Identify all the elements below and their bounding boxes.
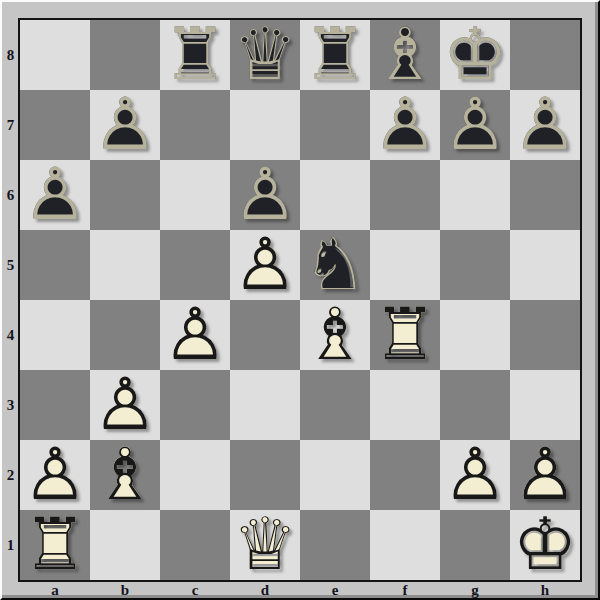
white-pawn-outline-icon: ♙ <box>90 370 160 440</box>
piece-black-bishop: ♝♗ <box>370 20 440 90</box>
square-a8[interactable] <box>20 20 90 90</box>
square-a2[interactable]: ♟♙ <box>20 440 90 510</box>
square-d2[interactable] <box>230 440 300 510</box>
black-pawn-icon: ♟ <box>440 90 510 160</box>
square-b7[interactable]: ♟♙ <box>90 90 160 160</box>
square-g3[interactable] <box>440 370 510 440</box>
black-rook-outline-icon: ♖ <box>300 20 370 90</box>
square-e3[interactable] <box>300 370 370 440</box>
white-pawn-outline-icon: ♙ <box>230 230 300 300</box>
square-d8[interactable]: ♛♕ <box>230 20 300 90</box>
piece-black-knight: ♞♘ <box>300 230 370 300</box>
square-c5[interactable] <box>160 230 230 300</box>
black-pawn-outline-icon: ♙ <box>230 160 300 230</box>
file-label-e: e <box>300 584 370 598</box>
white-rook-outline-icon: ♖ <box>20 510 90 580</box>
rank-label-6: 6 <box>2 160 19 230</box>
black-knight-outline-icon: ♘ <box>300 230 370 300</box>
square-d7[interactable] <box>230 90 300 160</box>
piece-black-king: ♚♔ <box>440 20 510 90</box>
file-label-g: g <box>440 584 510 598</box>
black-pawn-outline-icon: ♙ <box>440 90 510 160</box>
rank-label-5: 5 <box>2 230 19 300</box>
black-pawn-icon: ♟ <box>510 90 580 160</box>
piece-white-pawn: ♟♙ <box>440 440 510 510</box>
piece-white-rook: ♜♖ <box>370 300 440 370</box>
white-pawn-outline-icon: ♙ <box>510 440 580 510</box>
square-b4[interactable] <box>90 300 160 370</box>
white-pawn-outline-icon: ♙ <box>440 440 510 510</box>
black-knight-icon: ♞ <box>300 230 370 300</box>
white-bishop-icon: ♝ <box>90 440 160 510</box>
white-pawn-icon: ♟ <box>90 370 160 440</box>
black-bishop-outline-icon: ♗ <box>370 20 440 90</box>
square-c6[interactable] <box>160 160 230 230</box>
white-pawn-icon: ♟ <box>440 440 510 510</box>
square-b3[interactable]: ♟♙ <box>90 370 160 440</box>
black-rook-outline-icon: ♖ <box>160 20 230 90</box>
square-g8[interactable]: ♚♔ <box>440 20 510 90</box>
black-pawn-outline-icon: ♙ <box>90 90 160 160</box>
square-h7[interactable]: ♟♙ <box>510 90 580 160</box>
square-b2[interactable]: ♝♗ <box>90 440 160 510</box>
square-f5[interactable] <box>370 230 440 300</box>
square-h4[interactable] <box>510 300 580 370</box>
square-e6[interactable] <box>300 160 370 230</box>
board-frame: ♜♖♛♕♜♖♝♗♚♔♟♙♟♙♟♙♟♙♟♙♟♙♟♙♞♘♟♙♝♗♜♖♟♙♟♙♝♗♟♙… <box>0 0 600 600</box>
square-e1[interactable] <box>300 510 370 580</box>
white-pawn-icon: ♟ <box>510 440 580 510</box>
square-f4[interactable]: ♜♖ <box>370 300 440 370</box>
piece-white-pawn: ♟♙ <box>510 440 580 510</box>
square-g1[interactable] <box>440 510 510 580</box>
square-g4[interactable] <box>440 300 510 370</box>
square-d6[interactable]: ♟♙ <box>230 160 300 230</box>
square-e8[interactable]: ♜♖ <box>300 20 370 90</box>
piece-white-bishop: ♝♗ <box>300 300 370 370</box>
square-c4[interactable]: ♟♙ <box>160 300 230 370</box>
square-e7[interactable] <box>300 90 370 160</box>
square-h3[interactable] <box>510 370 580 440</box>
square-b1[interactable] <box>90 510 160 580</box>
piece-black-pawn: ♟♙ <box>90 90 160 160</box>
square-c1[interactable] <box>160 510 230 580</box>
piece-white-pawn: ♟♙ <box>20 440 90 510</box>
square-b5[interactable] <box>90 230 160 300</box>
square-a3[interactable] <box>20 370 90 440</box>
rank-label-7: 7 <box>2 90 19 160</box>
rank-label-1: 1 <box>2 510 19 580</box>
rank-label-2: 2 <box>2 440 19 510</box>
white-rook-icon: ♜ <box>370 300 440 370</box>
piece-white-rook: ♜♖ <box>20 510 90 580</box>
white-queen-icon: ♛ <box>230 510 300 580</box>
square-c8[interactable]: ♜♖ <box>160 20 230 90</box>
square-a6[interactable]: ♟♙ <box>20 160 90 230</box>
piece-black-pawn: ♟♙ <box>510 90 580 160</box>
square-f6[interactable] <box>370 160 440 230</box>
black-pawn-icon: ♟ <box>230 160 300 230</box>
square-a1[interactable]: ♜♖ <box>20 510 90 580</box>
piece-black-pawn: ♟♙ <box>230 160 300 230</box>
square-h5[interactable] <box>510 230 580 300</box>
black-pawn-icon: ♟ <box>90 90 160 160</box>
square-c3[interactable] <box>160 370 230 440</box>
file-label-h: h <box>510 584 580 598</box>
square-e2[interactable] <box>300 440 370 510</box>
piece-black-pawn: ♟♙ <box>370 90 440 160</box>
square-f7[interactable]: ♟♙ <box>370 90 440 160</box>
piece-black-pawn: ♟♙ <box>440 90 510 160</box>
white-king-outline-icon: ♔ <box>510 510 580 580</box>
white-bishop-outline-icon: ♗ <box>300 300 370 370</box>
piece-white-pawn: ♟♙ <box>90 370 160 440</box>
file-label-c: c <box>160 584 230 598</box>
piece-white-king: ♚♔ <box>510 510 580 580</box>
white-pawn-outline-icon: ♙ <box>160 300 230 370</box>
square-f3[interactable] <box>370 370 440 440</box>
square-d1[interactable]: ♛♕ <box>230 510 300 580</box>
piece-white-pawn: ♟♙ <box>160 300 230 370</box>
square-g7[interactable]: ♟♙ <box>440 90 510 160</box>
square-d3[interactable] <box>230 370 300 440</box>
black-rook-icon: ♜ <box>300 20 370 90</box>
piece-white-bishop: ♝♗ <box>90 440 160 510</box>
piece-black-queen: ♛♕ <box>230 20 300 90</box>
white-king-icon: ♚ <box>510 510 580 580</box>
file-label-b: b <box>90 584 160 598</box>
square-c7[interactable] <box>160 90 230 160</box>
square-g5[interactable] <box>440 230 510 300</box>
rank-label-4: 4 <box>2 300 19 370</box>
piece-black-rook: ♜♖ <box>160 20 230 90</box>
square-a7[interactable] <box>20 90 90 160</box>
square-h1[interactable]: ♚♔ <box>510 510 580 580</box>
black-pawn-icon: ♟ <box>20 160 90 230</box>
black-pawn-icon: ♟ <box>370 90 440 160</box>
black-queen-outline-icon: ♕ <box>230 20 300 90</box>
white-pawn-icon: ♟ <box>160 300 230 370</box>
square-f8[interactable]: ♝♗ <box>370 20 440 90</box>
rank-label-8: 8 <box>2 20 19 90</box>
white-pawn-icon: ♟ <box>20 440 90 510</box>
black-king-outline-icon: ♔ <box>440 20 510 90</box>
black-bishop-icon: ♝ <box>370 20 440 90</box>
white-pawn-outline-icon: ♙ <box>20 440 90 510</box>
square-h8[interactable] <box>510 20 580 90</box>
black-king-icon: ♚ <box>440 20 510 90</box>
square-e4[interactable]: ♝♗ <box>300 300 370 370</box>
piece-black-pawn: ♟♙ <box>20 160 90 230</box>
black-pawn-outline-icon: ♙ <box>510 90 580 160</box>
black-pawn-outline-icon: ♙ <box>20 160 90 230</box>
square-a4[interactable] <box>20 300 90 370</box>
square-f1[interactable] <box>370 510 440 580</box>
black-queen-icon: ♛ <box>230 20 300 90</box>
white-queen-outline-icon: ♕ <box>230 510 300 580</box>
white-rook-icon: ♜ <box>20 510 90 580</box>
piece-black-rook: ♜♖ <box>300 20 370 90</box>
black-pawn-outline-icon: ♙ <box>370 90 440 160</box>
square-d4[interactable] <box>230 300 300 370</box>
white-rook-outline-icon: ♖ <box>370 300 440 370</box>
square-c2[interactable] <box>160 440 230 510</box>
square-a5[interactable] <box>20 230 90 300</box>
piece-white-pawn: ♟♙ <box>230 230 300 300</box>
white-bishop-icon: ♝ <box>300 300 370 370</box>
square-h2[interactable]: ♟♙ <box>510 440 580 510</box>
file-label-f: f <box>370 584 440 598</box>
square-h6[interactable] <box>510 160 580 230</box>
chess-board: ♜♖♛♕♜♖♝♗♚♔♟♙♟♙♟♙♟♙♟♙♟♙♟♙♞♘♟♙♝♗♜♖♟♙♟♙♝♗♟♙… <box>18 18 582 582</box>
square-f2[interactable] <box>370 440 440 510</box>
white-pawn-icon: ♟ <box>230 230 300 300</box>
square-e5[interactable]: ♞♘ <box>300 230 370 300</box>
file-label-a: a <box>20 584 90 598</box>
rank-label-3: 3 <box>2 370 19 440</box>
white-bishop-outline-icon: ♗ <box>90 440 160 510</box>
square-g2[interactable]: ♟♙ <box>440 440 510 510</box>
file-label-d: d <box>230 584 300 598</box>
square-g6[interactable] <box>440 160 510 230</box>
piece-white-queen: ♛♕ <box>230 510 300 580</box>
black-rook-icon: ♜ <box>160 20 230 90</box>
square-b6[interactable] <box>90 160 160 230</box>
square-b8[interactable] <box>90 20 160 90</box>
square-d5[interactable]: ♟♙ <box>230 230 300 300</box>
